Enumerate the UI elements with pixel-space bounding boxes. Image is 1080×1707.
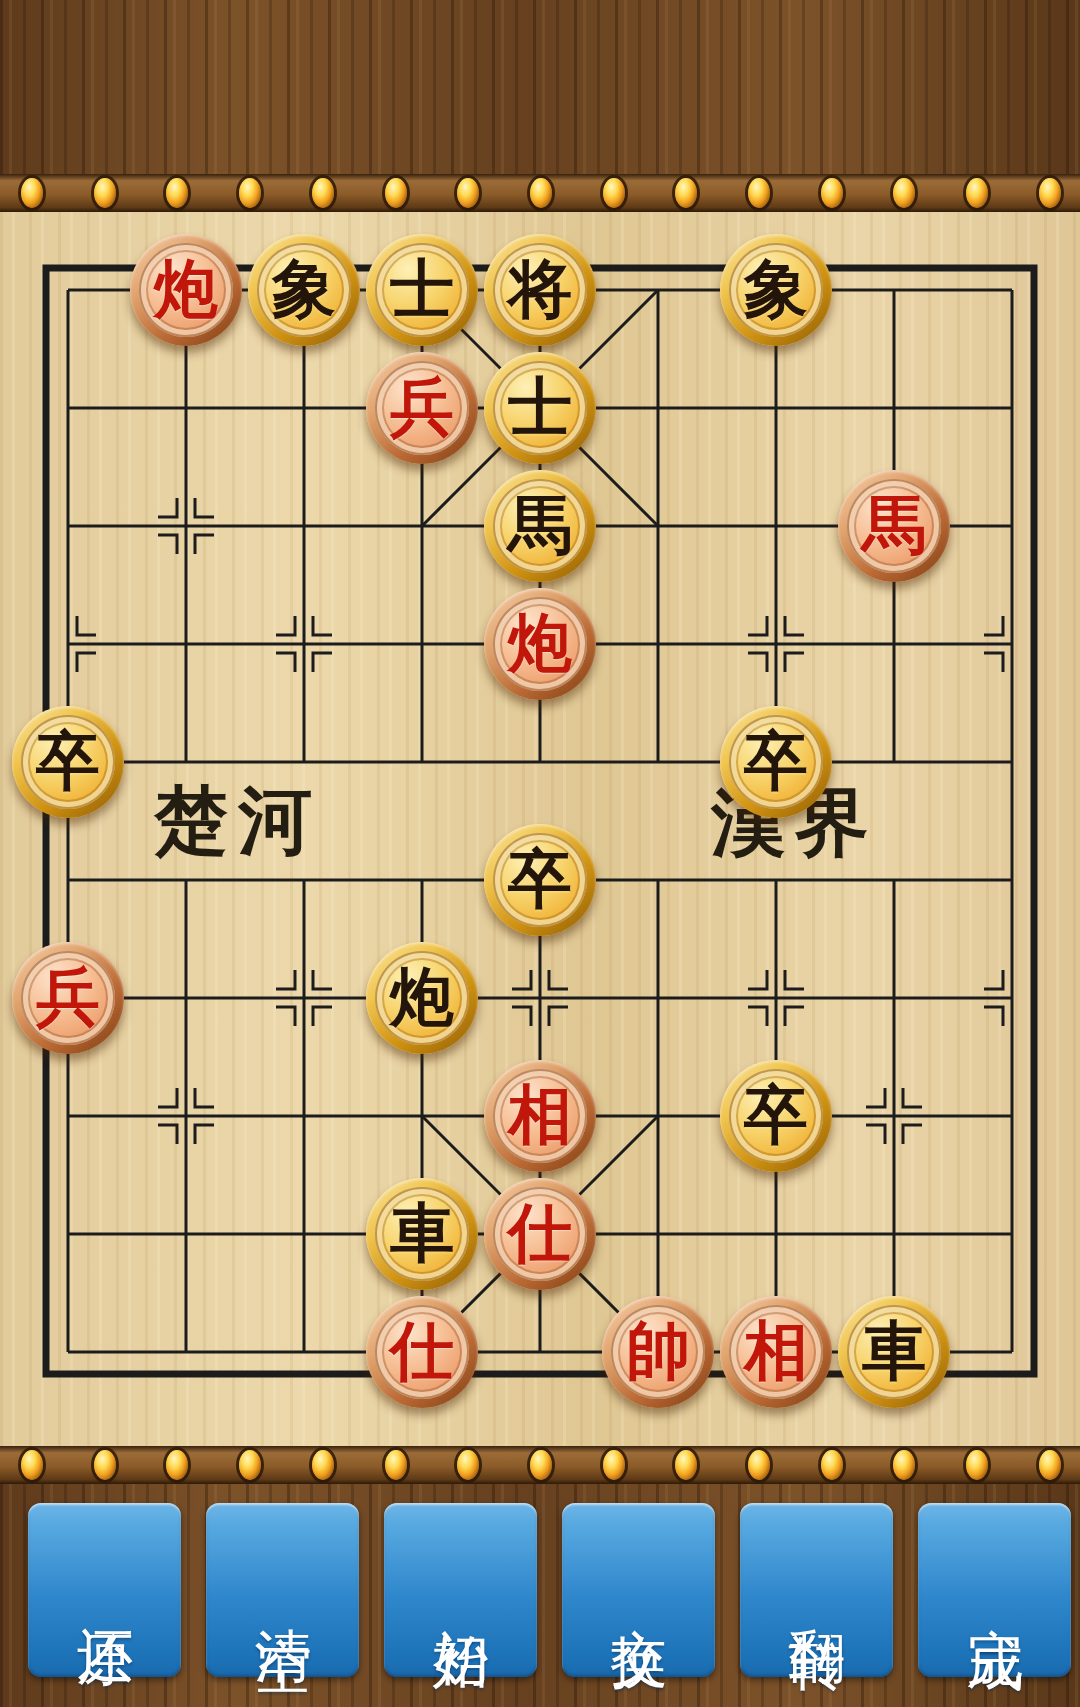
piece-black-chariot[interactable]: 車 (366, 1178, 478, 1290)
rivet-stud-icon (239, 178, 261, 208)
piece-face: 兵 (375, 361, 469, 455)
piece-glyph: 相 (508, 1084, 572, 1148)
piece-black-advisor[interactable]: 士 (366, 234, 478, 346)
piece-glyph: 炮 (390, 966, 454, 1030)
piece-glyph: 兵 (390, 376, 454, 440)
rivet-stud-icon (385, 178, 407, 208)
toolbar: 还原 清空 初始 交换 翻转 完成 (0, 1503, 1080, 1677)
piece-face: 相 (493, 1069, 587, 1163)
button-flip-label: 翻转 (778, 1582, 855, 1598)
piece-black-cannon[interactable]: 炮 (366, 942, 478, 1054)
piece-face: 象 (729, 243, 823, 337)
button-clear-label: 清空 (244, 1582, 321, 1598)
piece-red-horse[interactable]: 馬 (838, 470, 950, 582)
piece-glyph: 仕 (390, 1320, 454, 1384)
piece-face: 車 (375, 1187, 469, 1281)
piece-red-cannon[interactable]: 炮 (130, 234, 242, 346)
piece-glyph: 仕 (508, 1202, 572, 1266)
piece-glyph: 象 (744, 258, 808, 322)
button-initial[interactable]: 初始 (384, 1503, 537, 1677)
piece-black-advisor[interactable]: 士 (484, 352, 596, 464)
rivet-stud-icon (312, 1450, 334, 1480)
rivet-stud-icon (966, 178, 988, 208)
piece-glyph: 炮 (508, 612, 572, 676)
piece-glyph: 車 (862, 1320, 926, 1384)
piece-black-soldier[interactable]: 卒 (484, 824, 596, 936)
piece-glyph: 馬 (508, 494, 572, 558)
piece-red-elephant[interactable]: 相 (484, 1060, 596, 1172)
piece-black-general[interactable]: 将 (484, 234, 596, 346)
rivet-stud-icon (457, 178, 479, 208)
rivet-stud-icon (675, 1450, 697, 1480)
piece-black-soldier[interactable]: 卒 (720, 1060, 832, 1172)
piece-black-soldier[interactable]: 卒 (720, 706, 832, 818)
piece-glyph: 兵 (36, 966, 100, 1030)
button-clear[interactable]: 清空 (206, 1503, 359, 1677)
piece-red-elephant[interactable]: 相 (720, 1296, 832, 1408)
piece-face: 士 (375, 243, 469, 337)
rivet-stud-icon (385, 1450, 407, 1480)
piece-face: 卒 (729, 715, 823, 809)
piece-face: 車 (847, 1305, 941, 1399)
piece-face: 仕 (493, 1187, 587, 1281)
piece-glyph: 帥 (626, 1320, 690, 1384)
rivet-bar-bottom (0, 1446, 1080, 1484)
rivet-stud-icon (748, 1450, 770, 1480)
rivet-stud-icon (457, 1450, 479, 1480)
piece-glyph: 卒 (508, 848, 572, 912)
piece-red-advisor[interactable]: 仕 (484, 1178, 596, 1290)
piece-glyph: 相 (744, 1320, 808, 1384)
rivet-stud-icon (1039, 178, 1061, 208)
button-swap-label: 交换 (600, 1582, 677, 1598)
piece-glyph: 士 (508, 376, 572, 440)
rivet-stud-icon (94, 178, 116, 208)
button-restore-label: 还原 (66, 1582, 143, 1598)
piece-face: 象 (257, 243, 351, 337)
piece-glyph: 将 (508, 258, 572, 322)
button-flip[interactable]: 翻转 (740, 1503, 893, 1677)
rivet-stud-icon (603, 1450, 625, 1480)
piece-face: 帥 (611, 1305, 705, 1399)
piece-face: 卒 (729, 1069, 823, 1163)
rivet-stud-icon (966, 1450, 988, 1480)
rivet-stud-icon (748, 178, 770, 208)
button-done[interactable]: 完成 (918, 1503, 1071, 1677)
button-done-label: 完成 (956, 1582, 1033, 1598)
piece-face: 炮 (375, 951, 469, 1045)
piece-glyph: 象 (272, 258, 336, 322)
piece-face: 相 (729, 1305, 823, 1399)
piece-glyph: 車 (390, 1202, 454, 1266)
piece-glyph: 卒 (36, 730, 100, 794)
piece-black-elephant[interactable]: 象 (248, 234, 360, 346)
piece-black-chariot[interactable]: 車 (838, 1296, 950, 1408)
rivet-stud-icon (821, 1450, 843, 1480)
piece-red-cannon[interactable]: 炮 (484, 588, 596, 700)
piece-face: 将 (493, 243, 587, 337)
piece-black-horse[interactable]: 馬 (484, 470, 596, 582)
rivet-stud-icon (312, 178, 334, 208)
piece-face: 卒 (493, 833, 587, 927)
piece-face: 卒 (21, 715, 115, 809)
piece-glyph: 士 (390, 258, 454, 322)
piece-glyph: 炮 (154, 258, 218, 322)
xiangqi-app-screen: 楚河 漢界 炮象士将象兵士馬馬炮卒卒卒兵炮相卒車仕仕帥相車 还原 清空 初始 交… (0, 0, 1080, 1707)
piece-face: 炮 (139, 243, 233, 337)
piece-black-elephant[interactable]: 象 (720, 234, 832, 346)
rivet-stud-icon (166, 178, 188, 208)
piece-glyph: 卒 (744, 1084, 808, 1148)
piece-face: 士 (493, 361, 587, 455)
button-restore[interactable]: 还原 (28, 1503, 181, 1677)
rivet-stud-icon (530, 178, 552, 208)
piece-face: 馬 (847, 479, 941, 573)
rivet-bar-top (0, 174, 1080, 212)
button-initial-label: 初始 (422, 1582, 499, 1598)
rivet-stud-icon (166, 1450, 188, 1480)
rivet-stud-icon (21, 178, 43, 208)
button-swap[interactable]: 交换 (562, 1503, 715, 1677)
piece-black-soldier[interactable]: 卒 (12, 706, 124, 818)
rivet-stud-icon (94, 1450, 116, 1480)
rivet-stud-icon (21, 1450, 43, 1480)
rivet-stud-icon (675, 178, 697, 208)
piece-red-soldier[interactable]: 兵 (366, 352, 478, 464)
piece-face: 仕 (375, 1305, 469, 1399)
rivet-stud-icon (893, 1450, 915, 1480)
piece-glyph: 馬 (862, 494, 926, 558)
rivet-stud-icon (1039, 1450, 1061, 1480)
rivet-stud-icon (603, 178, 625, 208)
rivet-stud-icon (821, 178, 843, 208)
piece-face: 馬 (493, 479, 587, 573)
wood-panel-top (0, 0, 1080, 174)
river-label-left: 楚河 (154, 772, 322, 872)
piece-red-soldier[interactable]: 兵 (12, 942, 124, 1054)
piece-face: 炮 (493, 597, 587, 691)
piece-red-general[interactable]: 帥 (602, 1296, 714, 1408)
rivet-stud-icon (893, 178, 915, 208)
piece-glyph: 卒 (744, 730, 808, 794)
piece-face: 兵 (21, 951, 115, 1045)
rivet-stud-icon (530, 1450, 552, 1480)
rivet-stud-icon (239, 1450, 261, 1480)
piece-red-advisor[interactable]: 仕 (366, 1296, 478, 1408)
